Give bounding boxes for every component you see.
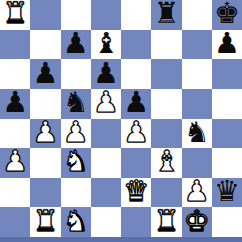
black-rook[interactable]: ♜ (153, 0, 179, 28)
square-f2[interactable] (151, 178, 181, 208)
square-g5[interactable] (182, 89, 212, 119)
square-c1[interactable]: ♞ (61, 207, 91, 237)
white-bishop[interactable]: ♝ (153, 148, 179, 176)
black-pawn[interactable]: ♟ (32, 59, 58, 87)
square-b1[interactable]: ♜ (30, 207, 60, 237)
square-a4[interactable] (0, 119, 30, 149)
square-d7[interactable]: ♝ (91, 30, 121, 60)
square-e4[interactable]: ♟ (121, 119, 151, 149)
black-knight[interactable]: ♞ (184, 119, 210, 147)
square-g2[interactable]: ♟ (182, 178, 212, 208)
square-a6[interactable] (0, 59, 30, 89)
square-h7[interactable]: ♟ (212, 30, 242, 60)
square-e3[interactable] (121, 148, 151, 178)
square-b6[interactable]: ♟ (30, 59, 60, 89)
square-h1[interactable] (212, 207, 242, 237)
square-a7[interactable] (0, 30, 30, 60)
square-a1[interactable] (0, 207, 30, 237)
square-f7[interactable] (151, 30, 181, 60)
black-pawn[interactable]: ♟ (2, 89, 28, 117)
square-d4[interactable] (91, 119, 121, 149)
square-e1[interactable] (121, 207, 151, 237)
black-pawn[interactable]: ♟ (63, 30, 89, 58)
board-squares: ♜♜♚♟♝♟♟♟♟♞♟♟♟♟♟♞♟♞♝♛♟♛♜♞♜♚ (0, 0, 242, 237)
square-e2[interactable]: ♛ (121, 178, 151, 208)
square-g7[interactable] (182, 30, 212, 60)
square-b7[interactable] (30, 30, 60, 60)
square-c2[interactable] (61, 178, 91, 208)
board-bottom-edge (0, 237, 242, 242)
square-h8[interactable]: ♚ (212, 0, 242, 30)
black-pawn[interactable]: ♟ (214, 30, 240, 58)
square-c6[interactable] (61, 59, 91, 89)
square-e7[interactable] (121, 30, 151, 60)
white-pawn[interactable]: ♟ (2, 148, 28, 176)
square-a3[interactable]: ♟ (0, 148, 30, 178)
square-a5[interactable]: ♟ (0, 89, 30, 119)
white-rook[interactable]: ♜ (153, 207, 179, 235)
black-bishop[interactable]: ♝ (93, 30, 119, 58)
white-knight[interactable]: ♞ (63, 148, 89, 176)
square-a2[interactable] (0, 178, 30, 208)
square-g1[interactable]: ♚ (182, 207, 212, 237)
square-b8[interactable] (30, 0, 60, 30)
square-h6[interactable] (212, 59, 242, 89)
square-e5[interactable]: ♟ (121, 89, 151, 119)
black-king[interactable]: ♚ (214, 0, 240, 28)
square-g8[interactable] (182, 0, 212, 30)
square-f6[interactable] (151, 59, 181, 89)
white-pawn[interactable]: ♟ (184, 178, 210, 206)
chess-board: ♜♜♚♟♝♟♟♟♟♞♟♟♟♟♟♞♟♞♝♛♟♛♜♞♜♚ (0, 0, 242, 242)
square-d6[interactable]: ♟ (91, 59, 121, 89)
black-knight[interactable]: ♞ (63, 89, 89, 117)
white-queen[interactable]: ♛ (123, 178, 149, 206)
square-b5[interactable] (30, 89, 60, 119)
square-f5[interactable] (151, 89, 181, 119)
white-pawn[interactable]: ♟ (93, 89, 119, 117)
square-h4[interactable] (212, 119, 242, 149)
square-e6[interactable] (121, 59, 151, 89)
square-f8[interactable]: ♜ (151, 0, 181, 30)
square-h2[interactable]: ♛ (212, 178, 242, 208)
square-b4[interactable]: ♟ (30, 119, 60, 149)
square-a8[interactable]: ♜ (0, 0, 30, 30)
white-pawn[interactable]: ♟ (63, 119, 89, 147)
square-g3[interactable] (182, 148, 212, 178)
square-c4[interactable]: ♟ (61, 119, 91, 149)
square-b2[interactable] (30, 178, 60, 208)
square-d1[interactable] (91, 207, 121, 237)
white-knight[interactable]: ♞ (63, 207, 89, 235)
white-rook[interactable]: ♜ (32, 207, 58, 235)
square-f4[interactable] (151, 119, 181, 149)
black-pawn[interactable]: ♟ (93, 59, 119, 87)
white-rook[interactable]: ♜ (2, 0, 28, 28)
square-d3[interactable] (91, 148, 121, 178)
square-d2[interactable] (91, 178, 121, 208)
white-king[interactable]: ♚ (184, 207, 210, 235)
square-d5[interactable]: ♟ (91, 89, 121, 119)
white-pawn[interactable]: ♟ (123, 119, 149, 147)
square-g4[interactable]: ♞ (182, 119, 212, 149)
square-c8[interactable] (61, 0, 91, 30)
square-g6[interactable] (182, 59, 212, 89)
black-pawn[interactable]: ♟ (123, 89, 149, 117)
square-c7[interactable]: ♟ (61, 30, 91, 60)
square-h5[interactable] (212, 89, 242, 119)
black-queen[interactable]: ♛ (214, 178, 240, 206)
square-b3[interactable] (30, 148, 60, 178)
square-e8[interactable] (121, 0, 151, 30)
square-f3[interactable]: ♝ (151, 148, 181, 178)
square-c3[interactable]: ♞ (61, 148, 91, 178)
square-d8[interactable] (91, 0, 121, 30)
square-f1[interactable]: ♜ (151, 207, 181, 237)
white-pawn[interactable]: ♟ (32, 119, 58, 147)
square-h3[interactable] (212, 148, 242, 178)
square-c5[interactable]: ♞ (61, 89, 91, 119)
